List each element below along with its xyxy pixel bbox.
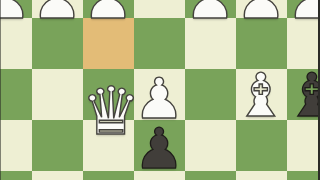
square-f6[interactable] [83,171,134,180]
piece-black-bishop-b4[interactable]: ♝ [287,69,320,120]
piece-white-queen-f4[interactable]: ♛ [86,86,137,137]
square-c6[interactable] [236,171,287,180]
square-g4[interactable] [32,69,83,120]
square-b6[interactable] [287,171,320,180]
square-g6[interactable] [32,171,83,180]
piece-white-pawn-c2[interactable]: ♟ [236,0,287,24]
piece-white-pawn-h2[interactable]: ♟ [0,0,32,24]
piece-white-pawn-b2[interactable]: ♟ [287,0,320,24]
piece-black-pawn-e5[interactable]: ♟ [134,123,185,174]
square-g5[interactable] [32,120,83,171]
square-d5[interactable] [185,120,236,171]
square-h4[interactable] [0,69,32,120]
square-e3[interactable] [134,18,185,69]
square-d4[interactable] [185,69,236,120]
square-e2[interactable] [134,0,185,18]
left-edge-bar [0,0,1,180]
piece-white-pawn-d2[interactable]: ♟ [185,0,236,24]
square-d6[interactable] [185,171,236,180]
square-h5[interactable] [0,120,32,171]
piece-white-pawn-f2[interactable]: ♟ [83,0,134,24]
chess-board-screenshot: ♟♟♟♟♟♟♛♟♝♝♟ [0,0,320,180]
square-h6[interactable] [0,171,32,180]
piece-white-pawn-g2[interactable]: ♟ [32,0,83,24]
piece-white-bishop-c4[interactable]: ♝ [236,69,287,120]
